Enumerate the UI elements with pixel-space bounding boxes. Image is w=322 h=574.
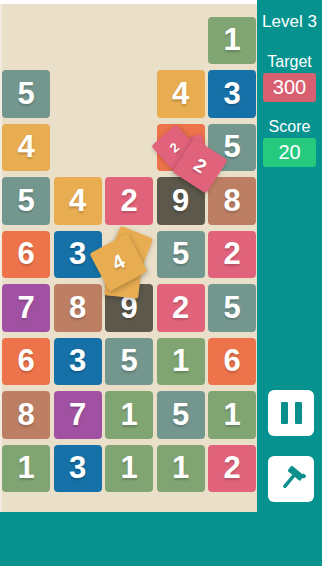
tile-r5c0[interactable]: 7 xyxy=(2,284,50,332)
level-label: Level 3 xyxy=(257,12,322,32)
tile-r7c2[interactable]: 1 xyxy=(105,391,153,439)
score-label: Score xyxy=(257,118,322,136)
tile-r8c1[interactable]: 3 xyxy=(54,445,102,493)
tile-r8c3[interactable]: 1 xyxy=(157,445,205,493)
tile-r3c2[interactable]: 2 xyxy=(105,177,153,225)
tile-r6c2[interactable]: 5 xyxy=(105,338,153,386)
tile-r8c0[interactable]: 1 xyxy=(2,445,50,493)
tile-r7c0[interactable]: 8 xyxy=(2,391,50,439)
board: 1543455429863527892563516871511311222244 xyxy=(0,4,257,512)
tile-r5c3[interactable]: 2 xyxy=(157,284,205,332)
tile-r3c4[interactable]: 8 xyxy=(208,177,256,225)
tile-r6c3[interactable]: 1 xyxy=(157,338,205,386)
hammer-button[interactable] xyxy=(268,456,314,502)
tile-r6c1[interactable]: 3 xyxy=(54,338,102,386)
tile-r2c0[interactable]: 4 xyxy=(2,124,50,172)
target-value-box: 300 xyxy=(263,73,316,102)
hammer-icon xyxy=(276,464,306,494)
tile-r4c0[interactable]: 6 xyxy=(2,231,50,279)
tile-r8c2[interactable]: 1 xyxy=(105,445,153,493)
tile-r0c4[interactable]: 1 xyxy=(208,17,256,65)
score-value: 20 xyxy=(278,141,300,164)
tile-r3c0[interactable]: 5 xyxy=(2,177,50,225)
tile-r1c4[interactable]: 3 xyxy=(208,70,256,118)
tile-r1c0[interactable]: 5 xyxy=(2,70,50,118)
target-value: 300 xyxy=(273,76,306,99)
score-value-box: 20 xyxy=(263,138,316,167)
tile-r4c3[interactable]: 5 xyxy=(157,231,205,279)
tile-r5c1[interactable]: 8 xyxy=(54,284,102,332)
tile-r5c4[interactable]: 5 xyxy=(208,284,256,332)
tile-r6c4[interactable]: 6 xyxy=(208,338,256,386)
tile-r3c1[interactable]: 4 xyxy=(54,177,102,225)
tile-r7c4[interactable]: 1 xyxy=(208,391,256,439)
pause-button[interactable] xyxy=(268,390,314,436)
tile-r1c3[interactable]: 4 xyxy=(157,70,205,118)
pause-icon xyxy=(281,402,302,424)
tile-r6c0[interactable]: 6 xyxy=(2,338,50,386)
tile-r7c1[interactable]: 7 xyxy=(54,391,102,439)
tile-r7c3[interactable]: 5 xyxy=(157,391,205,439)
tile-r4c4[interactable]: 2 xyxy=(208,231,256,279)
target-label: Target xyxy=(257,53,322,71)
tile-r8c4[interactable]: 2 xyxy=(208,445,256,493)
